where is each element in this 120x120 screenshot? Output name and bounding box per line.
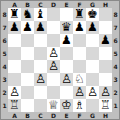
square-g1[interactable] xyxy=(86,99,99,112)
piece-white-pawn[interactable]: ♙ xyxy=(99,86,112,99)
square-e1[interactable]: ♔ xyxy=(60,99,73,112)
square-d1[interactable]: ♕ xyxy=(47,99,60,112)
square-e3[interactable]: ♙ xyxy=(60,73,73,86)
chess-board-diagram: ABCDEFGH 87654321 ♜♞♝♜♚♟♟♟♛♟♟♟♟♙♙♙♙♘♙♙♙♙… xyxy=(0,0,120,120)
rank-label-8: 8 xyxy=(1,8,8,21)
square-a8[interactable]: ♜ xyxy=(8,8,21,21)
file-label-c: C xyxy=(34,1,47,8)
file-label-d: D xyxy=(47,1,60,8)
piece-white-pawn[interactable]: ♙ xyxy=(86,86,99,99)
file-label-f: F xyxy=(73,1,86,8)
square-e8[interactable] xyxy=(60,8,73,21)
square-b3[interactable] xyxy=(21,73,34,86)
piece-black-pawn[interactable]: ♟ xyxy=(60,34,73,47)
file-label-g: G xyxy=(86,112,99,119)
square-a4[interactable] xyxy=(8,60,21,73)
square-a3[interactable] xyxy=(8,73,21,86)
rank-label-1: 1 xyxy=(112,99,119,112)
square-h8[interactable] xyxy=(99,8,112,21)
square-a1[interactable]: ♖ xyxy=(8,99,21,112)
square-g2[interactable]: ♙ xyxy=(86,86,99,99)
file-label-d: D xyxy=(47,112,60,119)
file-label-b: B xyxy=(21,112,34,119)
file-label-h: H xyxy=(99,112,112,119)
rank-label-1: 1 xyxy=(1,99,8,112)
rank-label-2: 2 xyxy=(1,86,8,99)
square-d6[interactable] xyxy=(47,34,60,47)
piece-black-pawn[interactable]: ♟ xyxy=(86,21,99,34)
piece-black-pawn[interactable]: ♟ xyxy=(34,21,47,34)
square-a2[interactable]: ♙ xyxy=(8,86,21,99)
piece-black-rook[interactable]: ♜ xyxy=(73,8,86,21)
piece-black-rook[interactable]: ♜ xyxy=(8,8,21,21)
square-g3[interactable] xyxy=(86,73,99,86)
square-f1[interactable]: ♗ xyxy=(73,99,86,112)
square-a6[interactable] xyxy=(8,34,21,47)
bottom-file-labels: ABCDEFGH xyxy=(1,112,119,119)
square-f5[interactable] xyxy=(73,47,86,60)
piece-white-pawn[interactable]: ♙ xyxy=(8,86,21,99)
square-f6[interactable] xyxy=(73,34,86,47)
square-c6[interactable] xyxy=(34,34,47,47)
square-g4[interactable] xyxy=(86,60,99,73)
piece-white-pawn[interactable]: ♙ xyxy=(34,73,47,86)
piece-black-pawn[interactable]: ♟ xyxy=(21,21,34,34)
rank-label-2: 2 xyxy=(112,86,119,99)
piece-white-rook[interactable]: ♖ xyxy=(99,99,112,112)
square-c1[interactable] xyxy=(34,99,47,112)
piece-black-queen[interactable]: ♛ xyxy=(60,21,73,34)
rank-label-7: 7 xyxy=(112,21,119,34)
piece-white-bishop[interactable]: ♗ xyxy=(73,99,86,112)
file-label-f: F xyxy=(73,112,86,119)
rank-label-3: 3 xyxy=(1,73,8,86)
square-c8[interactable]: ♝ xyxy=(34,8,47,21)
file-label-e: E xyxy=(60,1,73,8)
square-e4[interactable] xyxy=(60,60,73,73)
square-c5[interactable] xyxy=(34,47,47,60)
piece-black-king[interactable]: ♚ xyxy=(86,8,99,21)
rank-label-7: 7 xyxy=(1,21,8,34)
file-label-c: C xyxy=(34,112,47,119)
square-a5[interactable] xyxy=(8,47,21,60)
rank-label-5: 5 xyxy=(112,47,119,60)
left-rank-labels: 87654321 xyxy=(1,8,8,112)
square-b8[interactable]: ♞ xyxy=(21,8,34,21)
square-c4[interactable] xyxy=(34,60,47,73)
square-b5[interactable] xyxy=(21,47,34,60)
piece-black-knight[interactable]: ♞ xyxy=(21,8,34,21)
rank-label-4: 4 xyxy=(112,60,119,73)
square-h7[interactable] xyxy=(99,21,112,34)
piece-white-pawn[interactable]: ♙ xyxy=(60,73,73,86)
square-e6[interactable]: ♟ xyxy=(60,34,73,47)
square-f7[interactable]: ♟ xyxy=(73,21,86,34)
square-d3[interactable] xyxy=(47,73,60,86)
square-c2[interactable] xyxy=(34,86,47,99)
file-label-a: A xyxy=(8,1,21,8)
square-d4[interactable]: ♙ xyxy=(47,60,60,73)
square-f2[interactable]: ♙ xyxy=(73,86,86,99)
square-c3[interactable]: ♙ xyxy=(34,73,47,86)
square-f3[interactable]: ♘ xyxy=(73,73,86,86)
square-h4[interactable] xyxy=(99,60,112,73)
piece-white-knight[interactable]: ♘ xyxy=(73,73,86,86)
square-b2[interactable] xyxy=(21,86,34,99)
square-a7[interactable]: ♟ xyxy=(8,21,21,34)
square-b4[interactable] xyxy=(21,60,34,73)
square-g7[interactable]: ♟ xyxy=(86,21,99,34)
square-d2[interactable] xyxy=(47,86,60,99)
square-h1[interactable]: ♖ xyxy=(99,99,112,112)
piece-white-king[interactable]: ♔ xyxy=(60,99,73,112)
piece-white-pawn[interactable]: ♙ xyxy=(47,60,60,73)
square-e5[interactable] xyxy=(60,47,73,60)
square-b7[interactable]: ♟ xyxy=(21,21,34,34)
square-c7[interactable]: ♟ xyxy=(34,21,47,34)
piece-white-rook[interactable]: ♖ xyxy=(8,99,21,112)
file-label-b: B xyxy=(21,1,34,8)
square-b1[interactable] xyxy=(21,99,34,112)
square-g6[interactable] xyxy=(86,34,99,47)
rank-label-6: 6 xyxy=(112,34,119,47)
piece-white-pawn[interactable]: ♙ xyxy=(73,86,86,99)
file-label-a: A xyxy=(8,112,21,119)
board-middle-strip: 87654321 ♜♞♝♜♚♟♟♟♛♟♟♟♟♙♙♙♙♘♙♙♙♙♖♕♔♗♖ 876… xyxy=(1,8,119,112)
square-d8[interactable] xyxy=(47,8,60,21)
board: ♜♞♝♜♚♟♟♟♛♟♟♟♟♙♙♙♙♘♙♙♙♙♖♕♔♗♖ xyxy=(8,8,112,112)
square-g8[interactable]: ♚ xyxy=(86,8,99,21)
square-g5[interactable] xyxy=(86,47,99,60)
rank-label-6: 6 xyxy=(1,34,8,47)
piece-black-bishop[interactable]: ♝ xyxy=(34,8,47,21)
rank-label-3: 3 xyxy=(112,73,119,86)
square-e2[interactable] xyxy=(60,86,73,99)
piece-black-pawn[interactable]: ♟ xyxy=(8,21,21,34)
piece-black-pawn[interactable]: ♟ xyxy=(99,34,112,47)
right-rank-labels: 87654321 xyxy=(112,8,119,112)
rank-label-5: 5 xyxy=(1,47,8,60)
square-h3[interactable] xyxy=(99,73,112,86)
piece-white-queen[interactable]: ♕ xyxy=(47,99,60,112)
rank-label-8: 8 xyxy=(112,8,119,21)
piece-black-pawn[interactable]: ♟ xyxy=(73,21,86,34)
square-h6[interactable]: ♟ xyxy=(99,34,112,47)
square-d7[interactable] xyxy=(47,21,60,34)
square-h5[interactable] xyxy=(99,47,112,60)
piece-white-pawn[interactable]: ♙ xyxy=(47,47,60,60)
rank-label-4: 4 xyxy=(1,60,8,73)
file-label-h: H xyxy=(99,1,112,8)
square-h2[interactable]: ♙ xyxy=(99,86,112,99)
square-b6[interactable] xyxy=(21,34,34,47)
square-f8[interactable]: ♜ xyxy=(73,8,86,21)
file-label-g: G xyxy=(86,1,99,8)
square-e7[interactable]: ♛ xyxy=(60,21,73,34)
file-label-e: E xyxy=(60,112,73,119)
square-d5[interactable]: ♙ xyxy=(47,47,60,60)
top-file-labels: ABCDEFGH xyxy=(1,1,119,8)
square-f4[interactable] xyxy=(73,60,86,73)
